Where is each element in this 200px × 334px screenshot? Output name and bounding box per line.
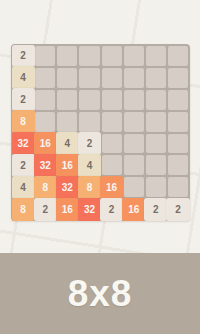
cell-empty [146, 155, 166, 175]
cell-tile-4: 4 [79, 155, 99, 175]
cell-tile-2: 2 [79, 134, 99, 154]
tile-value: 8 [12, 110, 35, 133]
tile-value: 2 [12, 88, 35, 111]
cell-tile-4: 4 [13, 68, 33, 88]
cell-tile-2: 2 [102, 199, 122, 219]
cell-tile-2: 2 [13, 46, 33, 66]
cell-empty [124, 134, 144, 154]
tile-value: 2 [166, 198, 189, 221]
tile-value: 8 [12, 198, 35, 221]
tile-value: 2 [12, 154, 35, 177]
game-screen: 2428321642232164483281682163221622 8x8 [0, 0, 200, 334]
tile-value: 16 [122, 198, 145, 221]
cell-tile-16: 16 [35, 134, 55, 154]
tile-value: 16 [34, 132, 57, 155]
cell-empty [168, 90, 188, 110]
cell-empty [146, 112, 166, 132]
tile-value: 16 [56, 198, 79, 221]
cell-tile-2: 2 [35, 199, 55, 219]
tile-value: 4 [12, 176, 35, 199]
cell-empty [168, 46, 188, 66]
cell-tile-32: 32 [35, 155, 55, 175]
cell-tile-8: 8 [35, 177, 55, 197]
tile-value: 8 [34, 176, 57, 199]
cell-empty [146, 46, 166, 66]
level-banner[interactable]: 8x8 [0, 253, 200, 334]
cell-empty [168, 155, 188, 175]
cell-tile-16: 16 [124, 199, 144, 219]
cell-empty [35, 112, 55, 132]
tile-value: 32 [56, 176, 79, 199]
cell-tile-16: 16 [57, 155, 77, 175]
cell-empty [79, 68, 99, 88]
board-grid[interactable]: 2428321642232164483281682163221622 [11, 44, 190, 221]
cell-empty [57, 68, 77, 88]
cell-empty [79, 46, 99, 66]
cell-tile-2: 2 [13, 90, 33, 110]
tile-value: 32 [78, 198, 101, 221]
cell-empty [102, 90, 122, 110]
cell-empty [35, 90, 55, 110]
cell-tile-16: 16 [102, 177, 122, 197]
level-label: 8x8 [68, 273, 133, 315]
tile-value: 4 [56, 132, 79, 155]
cell-tile-8: 8 [13, 112, 33, 132]
cell-empty [57, 112, 77, 132]
cell-empty [102, 112, 122, 132]
tile-value: 2 [144, 198, 167, 221]
cell-empty [146, 134, 166, 154]
cell-empty [102, 68, 122, 88]
cell-tile-32: 32 [13, 134, 33, 154]
cell-tile-2: 2 [146, 199, 166, 219]
cell-tile-4: 4 [13, 177, 33, 197]
cell-tile-16: 16 [57, 199, 77, 219]
cell-empty [124, 68, 144, 88]
cell-empty [168, 112, 188, 132]
cell-empty [102, 134, 122, 154]
cell-empty [102, 155, 122, 175]
tile-value: 4 [78, 154, 101, 177]
tile-value: 4 [12, 66, 35, 89]
cell-empty [124, 46, 144, 66]
cell-tile-4: 4 [57, 134, 77, 154]
cell-empty [168, 177, 188, 197]
cell-empty [124, 112, 144, 132]
cell-empty [146, 90, 166, 110]
tile-value: 8 [78, 176, 101, 199]
cell-empty [146, 68, 166, 88]
tile-value: 32 [12, 132, 35, 155]
tile-value: 2 [100, 198, 123, 221]
cell-empty [79, 90, 99, 110]
cell-empty [146, 177, 166, 197]
tile-value: 2 [34, 198, 57, 221]
cell-empty [35, 46, 55, 66]
cell-tile-8: 8 [79, 177, 99, 197]
cell-tile-2: 2 [13, 155, 33, 175]
cell-tile-32: 32 [57, 177, 77, 197]
cell-empty [124, 155, 144, 175]
cell-empty [35, 68, 55, 88]
cell-empty [57, 90, 77, 110]
cell-empty [124, 177, 144, 197]
cell-empty [168, 68, 188, 88]
cell-empty [102, 46, 122, 66]
cell-tile-32: 32 [79, 199, 99, 219]
cell-tile-2: 2 [168, 199, 188, 219]
cell-empty [124, 90, 144, 110]
tile-value: 32 [34, 154, 57, 177]
tile-value: 2 [12, 45, 35, 68]
tile-value: 2 [78, 132, 101, 155]
cell-empty [79, 112, 99, 132]
cell-empty [168, 134, 188, 154]
tile-value: 16 [100, 176, 123, 199]
cell-tile-8: 8 [13, 199, 33, 219]
tile-value: 16 [56, 154, 79, 177]
cell-empty [57, 46, 77, 66]
